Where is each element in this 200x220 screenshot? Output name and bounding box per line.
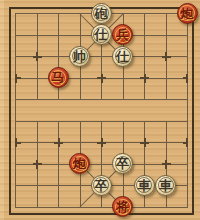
xiangqi-board[interactable]: 砲炮仕兵帅仕马炮卒卒車車将	[0, 0, 200, 220]
piece-ivory-advisor[interactable]: 仕	[112, 46, 133, 67]
star-mark	[36, 52, 38, 61]
star-point	[183, 138, 189, 147]
piece-character: 仕	[95, 28, 108, 41]
piece-ivory-advisor[interactable]: 仕	[91, 24, 112, 45]
star-mark	[15, 74, 17, 83]
star-point	[33, 160, 42, 169]
star-point	[33, 52, 42, 61]
star-mark	[58, 138, 60, 147]
piece-ivory-general[interactable]: 帅	[69, 46, 90, 67]
star-point	[162, 160, 171, 169]
piece-character: 马	[52, 71, 65, 84]
star-mark	[15, 138, 17, 147]
star-point	[97, 138, 106, 147]
piece-red-cannon[interactable]: 炮	[69, 153, 90, 174]
star-mark	[165, 52, 167, 61]
piece-ivory-soldier[interactable]: 卒	[91, 175, 112, 196]
piece-ivory-chariot[interactable]: 車	[155, 175, 176, 196]
piece-character: 炮	[73, 157, 86, 170]
rank-line	[15, 99, 188, 100]
star-mark	[144, 138, 146, 147]
piece-red-horse[interactable]: 马	[48, 67, 69, 88]
file-line	[15, 13, 16, 207]
piece-character: 仕	[116, 50, 129, 63]
piece-ivory-chariot[interactable]: 車	[134, 175, 155, 196]
piece-red-soldier[interactable]: 兵	[112, 24, 133, 45]
star-mark	[101, 74, 103, 83]
piece-character: 将	[116, 200, 129, 213]
piece-ivory-cannon[interactable]: 砲	[91, 3, 112, 24]
piece-character: 帅	[73, 50, 86, 63]
piece-character: 卒	[116, 157, 129, 170]
star-mark	[144, 74, 146, 83]
piece-character: 兵	[116, 28, 129, 41]
star-point	[162, 52, 171, 61]
star-mark	[36, 160, 38, 169]
star-point	[15, 74, 21, 83]
star-point	[54, 138, 63, 147]
piece-character: 車	[159, 179, 172, 192]
star-point	[140, 74, 149, 83]
star-point	[15, 138, 21, 147]
file-line	[187, 13, 188, 207]
piece-character: 車	[138, 179, 151, 192]
star-point	[183, 74, 189, 83]
piece-ivory-soldier[interactable]: 卒	[112, 153, 133, 174]
star-mark	[186, 138, 188, 147]
file-line	[58, 121, 59, 207]
piece-red-cannon[interactable]: 炮	[177, 3, 198, 24]
piece-character: 卒	[95, 179, 108, 192]
star-mark	[101, 138, 103, 147]
star-point	[140, 138, 149, 147]
file-line	[144, 13, 145, 99]
star-mark	[186, 74, 188, 83]
star-mark	[165, 160, 167, 169]
piece-character: 炮	[181, 7, 194, 20]
rank-line	[15, 207, 188, 208]
piece-red-general[interactable]: 将	[112, 196, 133, 217]
piece-character: 砲	[95, 7, 108, 20]
star-point	[97, 74, 106, 83]
